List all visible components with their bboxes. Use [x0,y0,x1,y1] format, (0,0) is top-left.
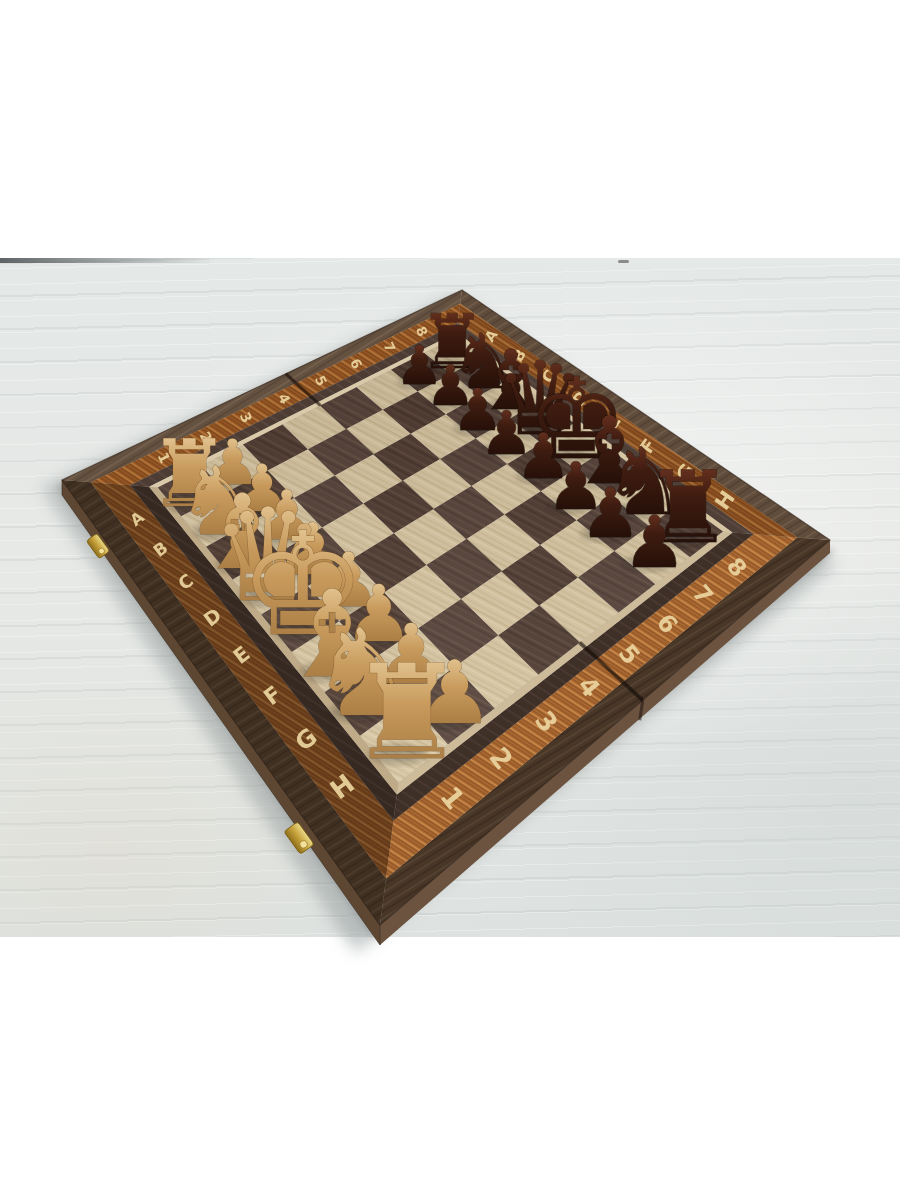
chessboard-scene: AABBCCDDEEFFGGHH1122334455667788 ♜♟♞♟♝♟♛… [0,0,900,1200]
page: AABBCCDDEEFFGGHH1122334455667788 ♜♟♞♟♝♟♛… [0,0,900,1200]
piece-white-rook-h1[interactable]: ♜ [348,636,465,789]
piece-black-pawn-h7[interactable]: ♟ [622,500,686,584]
